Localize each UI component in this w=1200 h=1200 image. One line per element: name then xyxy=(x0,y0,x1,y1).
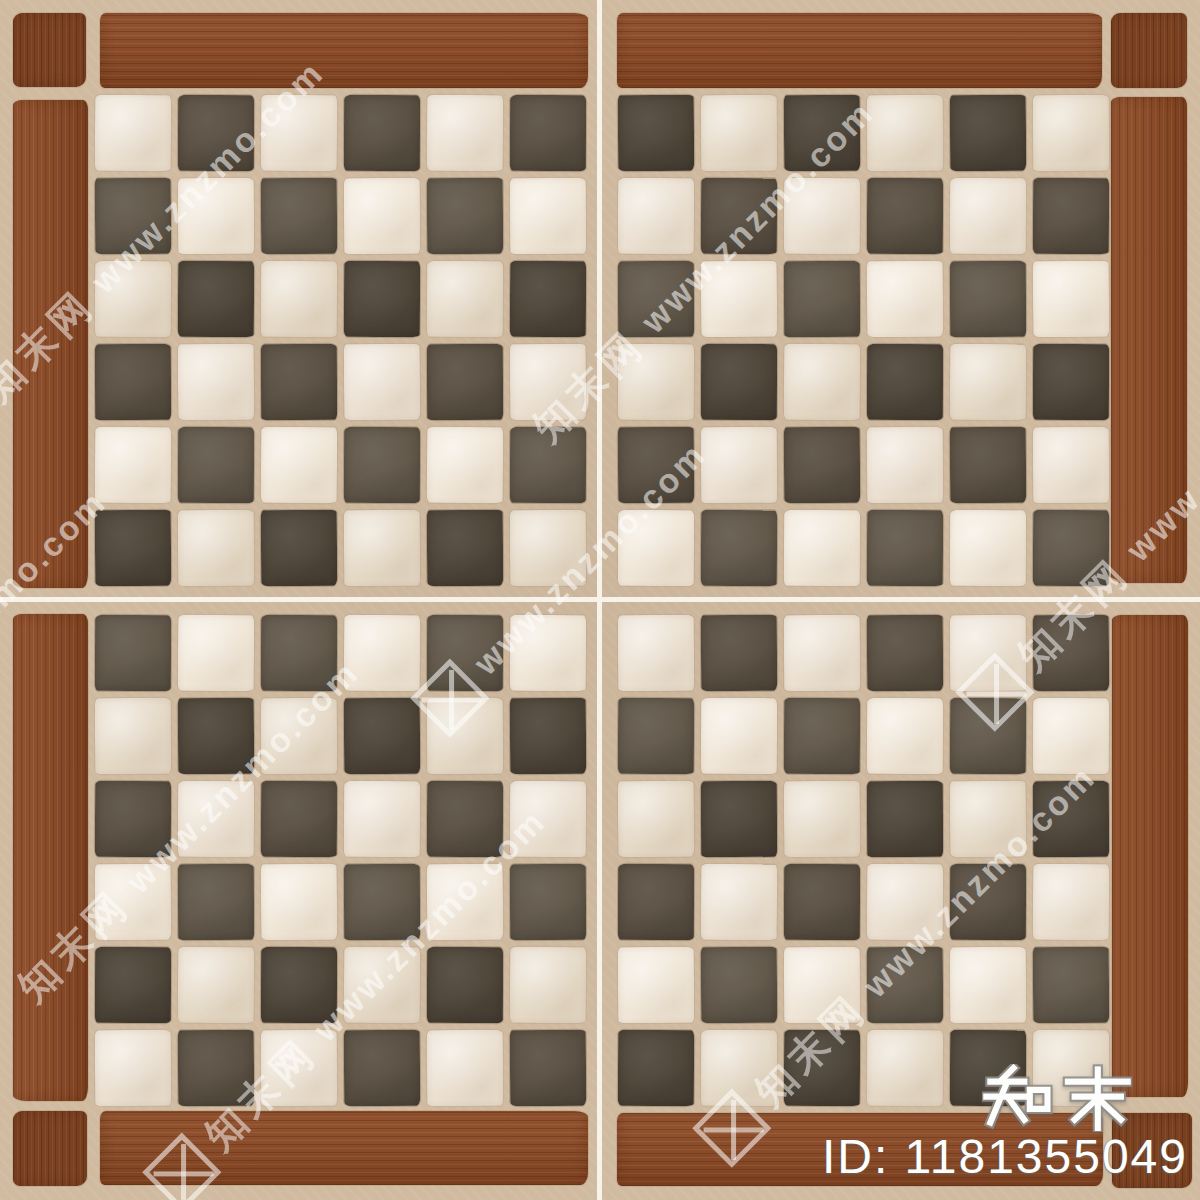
light-tile xyxy=(867,95,943,171)
dark-tile xyxy=(1033,178,1110,255)
dark-tile xyxy=(178,1030,255,1107)
dark-tile xyxy=(178,261,255,338)
dark-tile xyxy=(618,427,695,504)
watermark-id-text: ID: 1181355049 xyxy=(822,1129,1188,1184)
dark-tile xyxy=(701,947,778,1024)
quadrant-top-left xyxy=(0,0,600,600)
light-tile xyxy=(261,864,338,941)
dark-tile xyxy=(261,178,338,255)
light-tile xyxy=(427,427,504,504)
dark-tile xyxy=(178,427,254,503)
dark-tile xyxy=(427,344,503,420)
light-tile xyxy=(950,178,1026,254)
light-tile xyxy=(1033,864,1110,941)
dark-tile xyxy=(784,427,861,504)
dark-tile xyxy=(867,344,943,420)
light-tile xyxy=(261,261,337,337)
light-tile xyxy=(427,95,504,172)
light-tile xyxy=(950,947,1026,1023)
dark-tile xyxy=(95,510,172,587)
light-tile xyxy=(510,947,587,1024)
dark-tile xyxy=(510,864,586,940)
light-tile xyxy=(618,178,694,254)
light-tile xyxy=(618,781,695,858)
light-tile xyxy=(178,178,254,254)
dark-tile xyxy=(95,781,172,858)
light-tile xyxy=(178,510,254,586)
light-tile xyxy=(701,698,777,774)
dark-tile xyxy=(427,510,504,587)
dark-tile xyxy=(618,698,695,775)
light-tile xyxy=(618,510,694,586)
light-tile xyxy=(784,178,860,254)
dark-tile xyxy=(867,781,943,857)
light-tile xyxy=(701,1030,777,1106)
light-tile xyxy=(95,427,172,504)
light-tile xyxy=(701,427,777,503)
light-tile xyxy=(178,344,255,421)
dark-tile xyxy=(95,615,171,691)
light-tile xyxy=(510,510,586,586)
dark-tile xyxy=(950,427,1027,504)
dark-tile xyxy=(867,947,944,1024)
dark-tile xyxy=(618,864,694,940)
dark-tile xyxy=(510,95,586,171)
checker-grid-top-left xyxy=(95,95,586,586)
light-tile xyxy=(510,344,587,421)
dark-tile xyxy=(261,510,338,587)
dark-tile xyxy=(178,698,255,775)
dark-tile xyxy=(784,1030,861,1107)
dark-tile xyxy=(427,615,503,691)
dark-tile xyxy=(427,178,504,255)
dark-tile xyxy=(510,261,587,338)
light-tile xyxy=(261,698,337,774)
tile-seam-horizontal xyxy=(0,597,1200,602)
dark-tile xyxy=(344,698,421,775)
light-tile xyxy=(867,261,944,338)
dark-tile xyxy=(1033,615,1110,692)
light-tile xyxy=(95,864,172,941)
light-tile xyxy=(427,261,503,337)
light-tile xyxy=(784,344,861,421)
wood-border-plank-right xyxy=(1111,97,1187,583)
dark-tile xyxy=(867,615,944,692)
light-tile xyxy=(344,781,420,857)
wood-corner-square-top-right xyxy=(1111,13,1187,88)
dark-tile xyxy=(618,95,695,172)
light-tile xyxy=(1033,261,1110,338)
light-tile xyxy=(867,864,944,941)
light-tile xyxy=(950,781,1027,858)
dark-tile xyxy=(1033,344,1109,420)
dark-tile xyxy=(1033,781,1109,857)
light-tile xyxy=(261,427,338,504)
dark-tile xyxy=(261,781,338,858)
wood-border-plank-top xyxy=(617,13,1102,88)
light-tile xyxy=(867,698,943,774)
light-tile xyxy=(1033,427,1109,503)
light-tile xyxy=(784,781,861,858)
light-tile xyxy=(427,698,503,774)
dark-tile xyxy=(427,947,503,1023)
dark-tile xyxy=(618,261,694,337)
light-tile xyxy=(867,427,943,503)
dark-tile xyxy=(950,95,1027,172)
light-tile xyxy=(618,615,694,691)
light-tile xyxy=(178,947,255,1024)
wood-corner-square-bottom-left xyxy=(13,1111,87,1186)
dark-tile xyxy=(950,698,1027,775)
checker-grid-bottom-right xyxy=(618,615,1109,1106)
dark-tile xyxy=(950,261,1026,337)
dark-tile xyxy=(510,1030,587,1107)
dark-tile xyxy=(784,698,861,775)
light-tile xyxy=(510,178,586,254)
light-tile xyxy=(95,1030,171,1106)
light-tile xyxy=(344,344,421,421)
dark-tile xyxy=(344,95,420,171)
dark-tile xyxy=(510,427,586,503)
tile-texture-canvas: 知末网www.znzmo.com知末网www.znzmo.comwww.znzm… xyxy=(0,0,1200,1200)
light-tile xyxy=(701,864,778,941)
light-tile xyxy=(618,947,694,1023)
dark-tile xyxy=(427,781,504,858)
dark-tile xyxy=(701,781,777,857)
wood-border-plank-left xyxy=(13,614,88,1101)
light-tile xyxy=(427,1030,503,1106)
checker-grid-top-right xyxy=(618,95,1109,586)
dark-tile xyxy=(618,1030,695,1107)
light-tile xyxy=(344,947,421,1024)
dark-tile xyxy=(344,864,420,940)
light-tile xyxy=(95,95,172,172)
dark-tile xyxy=(1033,510,1110,587)
light-tile xyxy=(1033,698,1109,774)
wood-border-plank-top xyxy=(100,13,588,88)
checker-grid-bottom-left xyxy=(95,615,586,1106)
light-tile xyxy=(950,344,1027,421)
wood-border-plank-left xyxy=(13,100,88,588)
light-tile xyxy=(618,344,695,421)
dark-tile xyxy=(1033,947,1110,1024)
light-tile xyxy=(510,615,587,692)
light-tile xyxy=(510,781,586,857)
dark-tile xyxy=(178,864,254,940)
light-tile xyxy=(261,95,338,172)
dark-tile xyxy=(95,947,171,1023)
znzmo-logo-glyphs xyxy=(982,1064,1132,1132)
light-tile xyxy=(784,947,860,1023)
light-tile xyxy=(178,615,255,692)
wood-border-plank-bottom xyxy=(100,1111,588,1185)
light-tile xyxy=(784,510,860,586)
quadrant-top-right xyxy=(600,0,1200,600)
dark-tile xyxy=(701,178,778,255)
dark-tile xyxy=(867,510,944,587)
dark-tile xyxy=(510,698,587,775)
light-tile xyxy=(95,261,171,337)
light-tile xyxy=(178,781,254,857)
light-tile xyxy=(95,698,171,774)
dark-tile xyxy=(784,261,860,337)
dark-tile xyxy=(867,178,944,255)
dark-tile xyxy=(261,947,337,1023)
wood-corner-square-top-left xyxy=(13,13,86,87)
dark-tile xyxy=(701,615,778,692)
wood-border-plank-right xyxy=(1112,615,1188,1097)
dark-tile xyxy=(344,1030,421,1107)
dark-tile xyxy=(95,178,172,255)
light-tile xyxy=(950,615,1026,691)
quadrant-bottom-left xyxy=(0,600,600,1200)
dark-tile xyxy=(784,864,860,940)
dark-tile xyxy=(344,261,421,338)
dark-tile xyxy=(261,344,337,420)
dark-tile xyxy=(950,864,1026,940)
dark-tile xyxy=(178,95,254,171)
dark-tile xyxy=(261,615,337,691)
light-tile xyxy=(344,510,420,586)
light-tile xyxy=(701,95,777,171)
dark-tile xyxy=(701,344,777,420)
light-tile xyxy=(701,261,778,338)
dark-tile xyxy=(701,510,778,587)
light-tile xyxy=(1033,95,1109,171)
light-tile xyxy=(427,864,504,941)
znzmo-logo xyxy=(982,1064,1132,1136)
light-tile xyxy=(261,1030,337,1106)
light-tile xyxy=(867,1030,943,1106)
light-tile xyxy=(344,615,421,692)
dark-tile xyxy=(784,95,861,172)
light-tile xyxy=(784,615,860,691)
light-tile xyxy=(950,510,1026,586)
light-tile xyxy=(344,178,420,254)
dark-tile xyxy=(344,427,420,503)
dark-tile xyxy=(95,344,171,420)
